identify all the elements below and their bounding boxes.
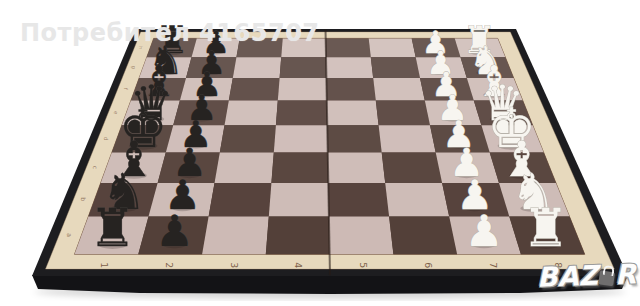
square-d3 [220,125,276,152]
file-label-f: f [123,88,129,90]
square-f6 [373,78,425,101]
square-c4 [271,153,328,183]
square-h4 [281,38,326,57]
square-g4 [280,57,327,78]
logo-text-left: BAZ [536,260,598,293]
file-label-d: d [103,137,109,141]
square-b4 [269,183,329,217]
piece-black-rook: ♜ [89,197,136,258]
bazar-logo: BAZR [536,258,636,292]
square-b3 [209,183,272,217]
rank-label-4: 4 [293,262,304,268]
square-h3 [236,38,282,57]
rank-label-2: 2 [164,262,175,268]
square-a5 [329,217,394,255]
logo-text-right: R [615,258,637,290]
piece-black-pawn: ♟ [155,206,194,256]
square-e3 [225,101,278,126]
square-c6 [382,153,442,183]
square-a4 [266,217,330,255]
rank-label-5: 5 [358,262,369,268]
square-f3 [229,78,280,101]
square-b5 [328,183,389,217]
file-label-g: g [130,66,137,69]
square-g5 [326,57,373,78]
product-photo: 12345678hgfedcba♜♟♟♜♞♟♟♞♝♟♟♝♛♟♟♛♚♟♟♚♝♟♟♝… [0,0,640,306]
square-a3 [202,217,269,255]
chessboard: 12345678hgfedcba♜♟♟♜♞♟♟♞♝♟♟♝♛♟♟♛♚♟♟♚♝♟♟♝… [0,0,640,306]
square-d6 [379,125,436,152]
square-e5 [327,101,379,126]
file-label-a: a [65,233,73,237]
square-f5 [326,78,375,101]
square-g3 [233,57,281,78]
square-c3 [215,153,274,183]
file-label-h: h [138,46,143,49]
square-d5 [327,125,381,152]
square-a6 [389,217,457,255]
rank-label-6: 6 [423,262,434,268]
piece-white-rook: ♜ [522,197,569,258]
square-b6 [385,183,449,217]
piece-white-pawn: ♟ [465,206,504,256]
file-label-c: c [92,166,98,169]
square-f4 [278,78,327,101]
square-d4 [274,125,328,152]
rank-label-1: 1 [99,262,110,268]
square-e6 [376,101,430,126]
rank-label-7: 7 [488,262,499,268]
rank-label-3: 3 [229,262,240,268]
square-e4 [276,101,327,126]
shopping-bag-icon [598,270,615,286]
file-label-b: b [80,197,87,201]
square-g6 [371,57,420,78]
square-h6 [369,38,416,57]
square-c5 [328,153,385,183]
square-h5 [326,38,371,57]
